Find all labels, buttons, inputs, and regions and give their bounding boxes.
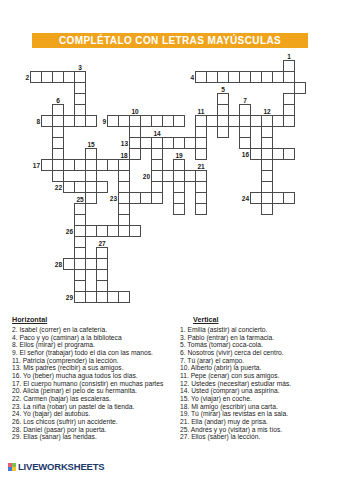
clue-line: 11. Pepe (cenar) con sus amigos. [180, 372, 291, 380]
clue-number: 3 [68, 64, 92, 71]
clue-line: 7. Tú (arar) el campo. [180, 357, 291, 365]
clue-number: 13 [114, 140, 128, 147]
worksheet-page: { "title": "COMPLÉTALO CON LETRAS MAYÚSC… [0, 0, 340, 480]
clue-line: 4. Paco y yo (caminar) a la biblioteca [12, 334, 163, 342]
clue-number: 27 [90, 240, 114, 247]
clue-line: 6. Nosotros (vivir) cerca del centro. [180, 349, 291, 357]
clue-number: 23 [103, 195, 117, 202]
grid-cell[interactable] [96, 181, 108, 193]
clue-line: 25. Andrés y yo (visitar) a mis tíos. [180, 426, 291, 434]
clue-number: 1 [277, 53, 301, 60]
grid-cell[interactable] [195, 203, 207, 215]
clue-line: 17. El cuerpo humano (consistir) en much… [12, 380, 163, 388]
clue-line: 21. Ella (andar) muy de prisa. [180, 418, 291, 426]
clue-line: 9. El señor (trabajar) todo el día con l… [12, 349, 163, 357]
clue-line: 28. Daniel (pasar) por la puerta. [12, 426, 163, 434]
clue-line: 15. Yo (viajar) en coche. [180, 395, 291, 403]
title-banner: COMPLÉTALO CON LETRAS MAYÚSCULAS [32, 33, 308, 48]
clue-line: 23. La niña (robar) un pastel de la tien… [12, 403, 163, 411]
clue-number: 8 [26, 118, 40, 125]
clue-line: 29. Ellas (sanar) las heridas. [12, 433, 163, 441]
grid-cell[interactable] [173, 115, 185, 127]
clue-line: 11. Patricia (comprender) la lección. [12, 357, 163, 365]
clue-number: 10 [123, 108, 147, 115]
clue-number: 15 [79, 141, 103, 148]
grid-cell[interactable] [294, 82, 306, 94]
grid-cell[interactable] [195, 148, 207, 160]
clue-number: 4 [180, 74, 194, 81]
clue-line: 20. Alicia (peinar) el pelo de su herman… [12, 387, 163, 395]
page-title: COMPLÉTALO CON LETRAS MAYÚSCULAS [59, 35, 281, 46]
clue-line: 19. Tú (mirar) las revistas en la sala. [180, 410, 291, 418]
grid-cell[interactable] [283, 115, 295, 127]
clue-number: 24 [235, 195, 249, 202]
clue-line: 26. Los chicos (sufrir) un accidente. [12, 418, 163, 426]
grid-cell[interactable] [283, 192, 295, 204]
grid-cell[interactable] [129, 225, 141, 237]
clue-number: 17 [26, 162, 40, 169]
clues-down-list: 1. Emilia (asistir) al concierto.3. Pabl… [180, 326, 291, 441]
clue-number: 19 [167, 152, 191, 159]
clue-line: 2. Isabel (correr) en la cafetería. [12, 326, 163, 334]
clue-number: 25 [68, 196, 92, 203]
grid-cell[interactable] [151, 192, 163, 204]
clue-number: 11 [189, 108, 213, 115]
clue-line: 16. Yo (beber) mucha agua todos los días… [12, 372, 163, 380]
clue-line: 5. Tomás (tomar) coca-cola. [180, 341, 291, 349]
clue-number: 22 [48, 184, 62, 191]
clues-down-header: Vertical [193, 315, 291, 324]
clues-across-list: 2. Isabel (correr) en la cafetería.4. Pa… [12, 326, 163, 441]
brand-footer[interactable]: LIVEWORKSHEETS [8, 461, 104, 472]
clue-number: 2 [15, 74, 29, 81]
clues-across-header: Horizontal [12, 315, 163, 324]
clue-line: 22. Carmen (bajar) las escaleras. [12, 395, 163, 403]
grid-cell[interactable] [173, 203, 185, 215]
clue-number: 26 [59, 228, 73, 235]
clue-number: 14 [145, 130, 169, 137]
grid-cell[interactable] [118, 291, 130, 303]
grid-cell[interactable] [217, 126, 229, 138]
clue-number: 18 [112, 152, 136, 159]
clues-down-column: Vertical 1. Emilia (asistir) al conciert… [180, 315, 291, 441]
clues-across-column: Horizontal 2. Isabel (correr) en la cafe… [12, 315, 163, 441]
grid-cell[interactable] [283, 148, 295, 160]
clue-number: 12 [255, 108, 279, 115]
clue-line: 8. Ellos (mirar) el programa. [12, 341, 163, 349]
clue-number: 28 [48, 261, 62, 268]
clue-number: 9 [92, 118, 106, 125]
clue-number: 16 [235, 151, 249, 158]
clue-number: 5 [211, 86, 235, 93]
clue-line: 10. Alberto (abrir) la puerta. [180, 364, 291, 372]
clue-number: 6 [46, 97, 70, 104]
brand-name: LIVEWORKSHEETS [18, 461, 104, 472]
clue-line: 18. Mi amigo (escribir) una carta. [180, 403, 291, 411]
crossword-board: 1234567891011121314151617181920212223242… [30, 60, 295, 303]
clue-line: 1. Emilia (asistir) al concierto. [180, 326, 291, 334]
clue-line: 3. Pablo (entrar) en la farmacia. [180, 334, 291, 342]
clue-line: 27. Ellos (saber) la lección. [180, 433, 291, 441]
clue-line: 12. Ustedes (necesitar) estudiar más. [180, 380, 291, 388]
liveworksheets-icon [8, 463, 16, 471]
clue-line: 24. Yo (bajar) del autobús. [12, 410, 163, 418]
clue-number: 7 [233, 97, 257, 104]
clue-number: 21 [189, 163, 213, 170]
grid-cell[interactable] [261, 203, 273, 215]
clue-number: 29 [59, 294, 73, 301]
clue-line: 13. Mis padres (recibir) a sus amigos. [12, 364, 163, 372]
clue-line: 14. Usted (comprar) una aspirina. [180, 387, 291, 395]
clue-number: 20 [136, 173, 150, 180]
